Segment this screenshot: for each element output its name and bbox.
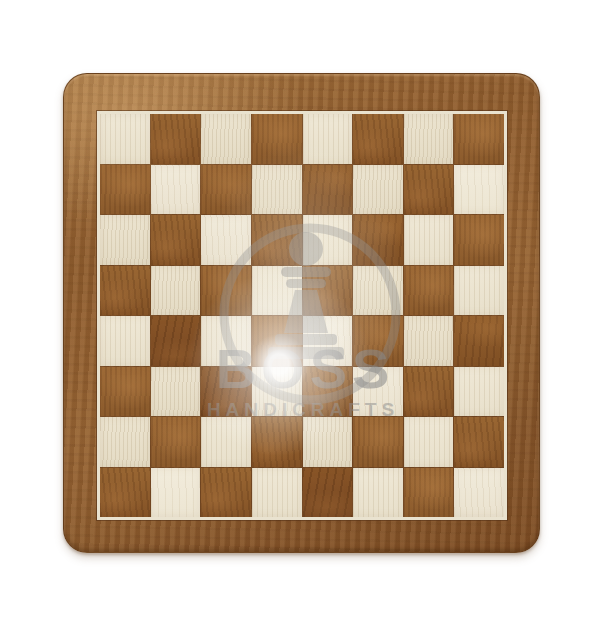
square-f4 (353, 316, 403, 366)
square-f1 (353, 468, 403, 518)
square-d5 (252, 266, 302, 316)
square-c6 (201, 215, 251, 265)
product-photo-canvas: BOSS HANDICRAFTS (0, 0, 600, 637)
square-c7 (201, 165, 251, 215)
square-g1 (404, 468, 454, 518)
square-f5 (353, 266, 403, 316)
square-e4 (303, 316, 353, 366)
square-h8 (454, 114, 504, 164)
square-h1 (454, 468, 504, 518)
square-a4 (100, 316, 150, 366)
square-g3 (404, 367, 454, 417)
square-a5 (100, 266, 150, 316)
square-g4 (404, 316, 454, 366)
square-e5 (303, 266, 353, 316)
square-e7 (303, 165, 353, 215)
square-b2 (151, 417, 201, 467)
square-a3 (100, 367, 150, 417)
square-b3 (151, 367, 201, 417)
square-g2 (404, 417, 454, 467)
square-h7 (454, 165, 504, 215)
square-h3 (454, 367, 504, 417)
chess-board: BOSS HANDICRAFTS (63, 73, 540, 553)
square-c1 (201, 468, 251, 518)
square-f3 (353, 367, 403, 417)
square-f7 (353, 165, 403, 215)
square-c2 (201, 417, 251, 467)
square-c5 (201, 266, 251, 316)
square-e8 (303, 114, 353, 164)
square-d8 (252, 114, 302, 164)
square-h4 (454, 316, 504, 366)
square-d7 (252, 165, 302, 215)
square-d2 (252, 417, 302, 467)
square-c3 (201, 367, 251, 417)
square-c4 (201, 316, 251, 366)
square-e2 (303, 417, 353, 467)
square-b6 (151, 215, 201, 265)
square-b4 (151, 316, 201, 366)
square-h5 (454, 266, 504, 316)
board-grid (100, 114, 504, 517)
square-e1 (303, 468, 353, 518)
square-c8 (201, 114, 251, 164)
square-a2 (100, 417, 150, 467)
square-f6 (353, 215, 403, 265)
square-h6 (454, 215, 504, 265)
square-a7 (100, 165, 150, 215)
square-d1 (252, 468, 302, 518)
square-b7 (151, 165, 201, 215)
square-g6 (404, 215, 454, 265)
square-b8 (151, 114, 201, 164)
square-g5 (404, 266, 454, 316)
square-a6 (100, 215, 150, 265)
square-d6 (252, 215, 302, 265)
square-b1 (151, 468, 201, 518)
square-a8 (100, 114, 150, 164)
square-h2 (454, 417, 504, 467)
playing-field: BOSS HANDICRAFTS (97, 111, 507, 520)
square-d3 (252, 367, 302, 417)
square-d4 (252, 316, 302, 366)
square-f2 (353, 417, 403, 467)
square-e6 (303, 215, 353, 265)
square-e3 (303, 367, 353, 417)
square-g7 (404, 165, 454, 215)
square-b5 (151, 266, 201, 316)
square-g8 (404, 114, 454, 164)
square-a1 (100, 468, 150, 518)
square-f8 (353, 114, 403, 164)
